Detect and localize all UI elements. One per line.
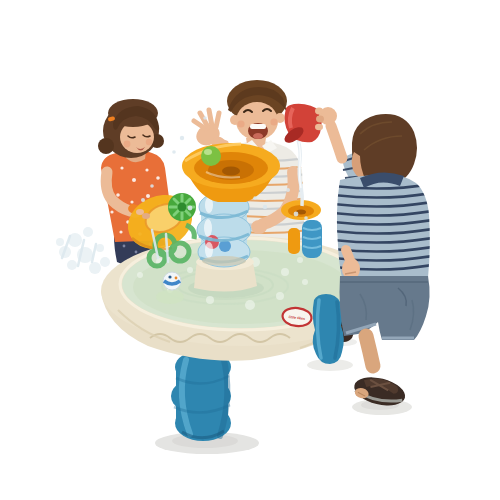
spinner-side-piece [288,228,300,254]
fish-ball [163,272,181,290]
green-ball [201,146,221,166]
funnel-hole [222,167,240,176]
girl-finger [142,213,150,219]
spiral-tower [197,192,251,267]
girl-fingers [136,209,144,215]
table-leg-right [313,294,344,364]
boy-center-teeth [250,124,266,129]
product-photo: little tikes [0,0,500,500]
boy-right-leg [366,336,373,366]
tower-highlights [204,197,213,258]
boy-center-lower-hand [251,220,267,234]
rim-green-reflection [156,290,184,304]
